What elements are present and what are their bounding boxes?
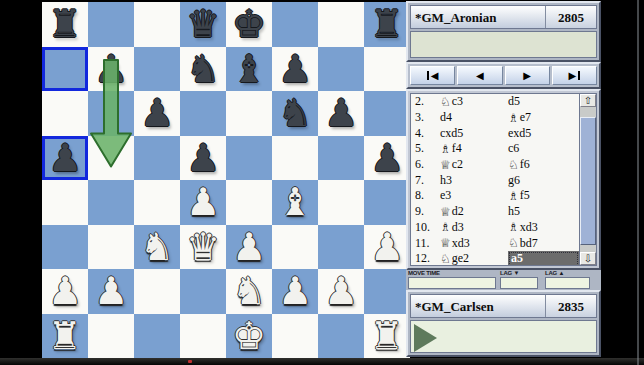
move-white[interactable]: ♘ge2 bbox=[440, 251, 508, 266]
move-text: xd3 bbox=[452, 236, 470, 251]
move-text: d4 bbox=[440, 110, 452, 125]
square-d4[interactable]: ♟ bbox=[180, 180, 226, 225]
figurine-icon: ♗ bbox=[440, 221, 451, 233]
piece-white-rook[interactable]: ♜ bbox=[364, 314, 410, 359]
move-white[interactable]: ♕d2 bbox=[440, 204, 508, 220]
move-number: 4. bbox=[411, 126, 440, 141]
move-number: 11. bbox=[411, 236, 440, 251]
figurine-icon: ♘ bbox=[440, 96, 451, 108]
square-d6[interactable] bbox=[180, 91, 226, 136]
move-text: cxd5 bbox=[440, 126, 463, 141]
piece-white-pawn[interactable]: ♟ bbox=[272, 269, 318, 314]
square-g2[interactable]: ♟ bbox=[318, 269, 364, 314]
piece-white-pawn[interactable]: ♟ bbox=[42, 269, 88, 314]
square-e3[interactable]: ♟ bbox=[226, 225, 272, 270]
bottom-player-clock-box bbox=[410, 320, 597, 353]
square-c5[interactable] bbox=[134, 136, 180, 181]
nav-bar: ◀◀▶▶ bbox=[406, 62, 601, 89]
move-row: 4.cxd5exd5 bbox=[411, 125, 579, 141]
square-h1[interactable]: ♜ bbox=[364, 314, 410, 359]
move-text: d2 bbox=[452, 204, 464, 219]
move-row: 12.♘ge2a5 bbox=[411, 251, 579, 266]
move-text: f4 bbox=[452, 141, 462, 156]
move-row: 10.♗d3♗xd3 bbox=[411, 220, 579, 236]
piece-black-queen[interactable]: ♛ bbox=[180, 2, 226, 47]
piece-black-pawn[interactable]: ♟ bbox=[134, 91, 180, 136]
square-b8[interactable] bbox=[88, 2, 134, 47]
square-e4[interactable] bbox=[226, 180, 272, 225]
move-row: 6.♕c2♘f6 bbox=[411, 157, 579, 173]
move-text: c2 bbox=[452, 157, 463, 172]
move-white[interactable]: h3 bbox=[440, 172, 508, 188]
square-a7[interactable] bbox=[42, 47, 88, 92]
square-c4[interactable] bbox=[134, 180, 180, 225]
move-number: 6. bbox=[411, 157, 440, 172]
turn-indicator-icon bbox=[414, 324, 437, 352]
nav-triangle-glyph: ◀ bbox=[431, 71, 439, 81]
move-text: d5 bbox=[508, 94, 520, 109]
square-h6[interactable] bbox=[364, 91, 410, 136]
move-text: e7 bbox=[520, 110, 531, 125]
square-d7[interactable]: ♞ bbox=[180, 47, 226, 92]
piece-black-rook[interactable]: ♜ bbox=[364, 2, 410, 47]
move-black-selected[interactable]: a5 bbox=[508, 251, 579, 266]
move-text: f6 bbox=[520, 157, 530, 172]
move-text: h3 bbox=[440, 173, 452, 188]
piece-black-king[interactable]: ♚ bbox=[226, 2, 272, 47]
nav-bar-glyph bbox=[427, 71, 429, 80]
square-e8[interactable]: ♚ bbox=[226, 2, 272, 47]
lag-black-box bbox=[545, 277, 590, 289]
scroll-up-button[interactable]: ⇧ bbox=[580, 94, 596, 107]
move-text: exd5 bbox=[508, 126, 531, 141]
piece-white-bishop[interactable]: ♝ bbox=[272, 180, 318, 225]
move-white[interactable]: ♕xd3 bbox=[440, 235, 508, 251]
piece-white-pawn[interactable]: ♟ bbox=[88, 269, 134, 314]
move-black[interactable]: g6 bbox=[508, 172, 579, 188]
figurine-icon: ♘ bbox=[440, 253, 451, 265]
move-number: 9. bbox=[411, 204, 440, 219]
move-text: c3 bbox=[452, 94, 463, 109]
piece-white-pawn[interactable]: ♟ bbox=[180, 180, 226, 225]
figurine-icon: ♗ bbox=[508, 221, 519, 233]
move-row: 8.e3♗f5 bbox=[411, 188, 579, 204]
square-e2[interactable]: ♞ bbox=[226, 269, 272, 314]
move-white[interactable]: cxd5 bbox=[440, 125, 508, 141]
nav-last-button[interactable]: ▶ bbox=[552, 66, 597, 85]
square-c2[interactable] bbox=[134, 269, 180, 314]
piece-white-king[interactable]: ♚ bbox=[226, 314, 272, 359]
move-white[interactable]: e3 bbox=[440, 188, 508, 204]
video-progress-dot bbox=[188, 360, 192, 363]
move-row: 3.d4♗e7 bbox=[411, 110, 579, 126]
piece-black-knight[interactable]: ♞ bbox=[180, 47, 226, 92]
move-black[interactable]: c6 bbox=[508, 141, 579, 157]
move-text: bd7 bbox=[520, 236, 538, 251]
square-d5[interactable]: ♟ bbox=[180, 136, 226, 181]
square-b5[interactable] bbox=[88, 136, 134, 181]
move-black[interactable]: ♘bd7 bbox=[508, 235, 579, 251]
piece-black-pawn[interactable]: ♟ bbox=[88, 47, 134, 92]
figurine-icon: ♕ bbox=[440, 159, 451, 171]
move-text: d3 bbox=[452, 220, 464, 235]
move-row: 11.♕xd3♘bd7 bbox=[411, 235, 579, 251]
square-b1[interactable] bbox=[88, 314, 134, 359]
move-black[interactable]: h5 bbox=[508, 204, 579, 220]
piece-white-pawn[interactable]: ♟ bbox=[364, 225, 410, 270]
move-number: 7. bbox=[411, 173, 440, 188]
square-e5[interactable] bbox=[226, 136, 272, 181]
figurine-icon: ♗ bbox=[440, 143, 451, 155]
square-a6[interactable] bbox=[42, 91, 88, 136]
nav-triangle-glyph: ◀ bbox=[476, 71, 484, 81]
square-a3[interactable] bbox=[42, 225, 88, 270]
piece-white-knight[interactable]: ♞ bbox=[134, 225, 180, 270]
square-f1[interactable] bbox=[272, 314, 318, 359]
square-e6[interactable] bbox=[226, 91, 272, 136]
chess-board: ♜♚♜♟♟♞♟♟♟♟♛♞♝♟♟♟♟♟♞♟♟♝♞♟♜♚♛♜ bbox=[42, 2, 410, 358]
bottom-player-name: *GM_Carlsen bbox=[411, 295, 545, 317]
move-number: 2. bbox=[411, 94, 440, 109]
move-white[interactable]: ♕c2 bbox=[440, 157, 508, 173]
square-f2[interactable]: ♟ bbox=[272, 269, 318, 314]
stats-strip: MOVE TIME LAG ▼ LAG ▲ bbox=[406, 270, 601, 290]
move-black[interactable]: ♗f5 bbox=[508, 188, 579, 204]
move-row: 5.♗f4c6 bbox=[411, 141, 579, 157]
figurine-icon: ♕ bbox=[440, 206, 451, 218]
move-number: 3. bbox=[411, 110, 440, 125]
piece-black-bishop[interactable]: ♝ bbox=[226, 47, 272, 92]
figurine-icon: ♗ bbox=[508, 112, 519, 124]
nav-back-button[interactable]: ◀ bbox=[457, 66, 502, 85]
square-c8[interactable] bbox=[134, 2, 180, 47]
scrollbar-track[interactable] bbox=[580, 107, 596, 252]
square-b7[interactable]: ♟ bbox=[88, 47, 134, 92]
move-text: a5 bbox=[511, 251, 523, 266]
square-b6[interactable] bbox=[88, 91, 134, 136]
move-black[interactable]: ♗xd3 bbox=[508, 220, 579, 236]
piece-black-pawn[interactable]: ♟ bbox=[42, 136, 88, 181]
square-d8[interactable]: ♛ bbox=[180, 2, 226, 47]
square-g8[interactable] bbox=[318, 2, 364, 47]
square-h3[interactable]: ♟ bbox=[364, 225, 410, 270]
square-h8[interactable]: ♜ bbox=[364, 2, 410, 47]
move-number: 8. bbox=[411, 188, 440, 203]
move-black[interactable]: ♘f6 bbox=[508, 157, 579, 173]
square-g6[interactable]: ♟ bbox=[318, 91, 364, 136]
piece-white-knight[interactable]: ♞ bbox=[226, 269, 272, 314]
square-g1[interactable] bbox=[318, 314, 364, 359]
square-f8[interactable] bbox=[272, 2, 318, 47]
piece-black-rook[interactable]: ♜ bbox=[42, 2, 88, 47]
square-g7[interactable] bbox=[318, 47, 364, 92]
move-row: 2.♘c3d5 bbox=[411, 94, 579, 110]
bottom-player-rating: 2835 bbox=[545, 295, 596, 317]
square-b2[interactable]: ♟ bbox=[88, 269, 134, 314]
square-a8[interactable]: ♜ bbox=[42, 2, 88, 47]
move-list: 2.♘c3d53.d4♗e74.cxd5exd55.♗f4c66.♕c2♘f67… bbox=[410, 93, 580, 266]
move-black[interactable]: d5 bbox=[508, 94, 579, 110]
square-e7[interactable]: ♝ bbox=[226, 47, 272, 92]
square-b4[interactable] bbox=[88, 180, 134, 225]
square-a4[interactable] bbox=[42, 180, 88, 225]
lag-black-label: LAG ▲ bbox=[545, 270, 590, 277]
figurine-icon: ♗ bbox=[508, 190, 519, 202]
square-f5[interactable] bbox=[272, 136, 318, 181]
letterbox-bottom bbox=[0, 358, 644, 365]
piece-black-pawn[interactable]: ♟ bbox=[318, 91, 364, 136]
figurine-icon: ♘ bbox=[508, 159, 519, 171]
move-number: 5. bbox=[411, 141, 440, 156]
move-white[interactable]: ♗f4 bbox=[440, 141, 508, 157]
bottom-player-panel: *GM_Carlsen 2835 bbox=[406, 290, 601, 357]
square-c3[interactable]: ♞ bbox=[134, 225, 180, 270]
app-window: ♜♚♜♟♟♞♟♟♟♟♛♞♝♟♟♟♟♟♞♟♟♝♞♟♜♚♛♜ *GM_Aronian… bbox=[0, 0, 644, 365]
move-black[interactable]: ♗e7 bbox=[508, 110, 579, 126]
square-c7[interactable] bbox=[134, 47, 180, 92]
top-player-panel: *GM_Aronian 2805 bbox=[406, 1, 601, 62]
bottom-player-titlebar: *GM_Carlsen 2835 bbox=[410, 294, 597, 318]
piece-black-knight[interactable]: ♞ bbox=[272, 91, 318, 136]
square-d1[interactable] bbox=[180, 314, 226, 359]
top-player-name: *GM_Aronian bbox=[411, 6, 545, 28]
move-text: f5 bbox=[520, 188, 530, 203]
square-a2[interactable]: ♟ bbox=[42, 269, 88, 314]
piece-black-pawn[interactable]: ♟ bbox=[180, 136, 226, 181]
nav-triangle-glyph: ▶ bbox=[523, 71, 531, 81]
square-d2[interactable] bbox=[180, 269, 226, 314]
move-white[interactable]: d4 bbox=[440, 110, 508, 126]
lag-white-label: LAG ▼ bbox=[500, 270, 538, 277]
move-text: ge2 bbox=[452, 251, 469, 266]
square-a1[interactable]: ♜ bbox=[42, 314, 88, 359]
move-white[interactable]: ♗d3 bbox=[440, 220, 508, 236]
piece-white-pawn[interactable]: ♟ bbox=[318, 269, 364, 314]
square-e1[interactable]: ♚ bbox=[226, 314, 272, 359]
move-text: e3 bbox=[440, 188, 451, 203]
square-g5[interactable] bbox=[318, 136, 364, 181]
square-a5[interactable]: ♟ bbox=[42, 136, 88, 181]
move-text: h5 bbox=[508, 204, 520, 219]
scrollbar-thumb[interactable] bbox=[580, 117, 596, 245]
move-row: 9.♕d2h5 bbox=[411, 204, 579, 220]
nav-bar-glyph bbox=[578, 71, 580, 80]
nav-forward-button[interactable]: ▶ bbox=[505, 66, 550, 85]
move-time-label: MOVE TIME bbox=[408, 270, 496, 277]
figurine-icon: ♘ bbox=[508, 237, 519, 249]
square-h2[interactable] bbox=[364, 269, 410, 314]
square-f6[interactable]: ♞ bbox=[272, 91, 318, 136]
square-c1[interactable] bbox=[134, 314, 180, 359]
top-player-clock-box bbox=[410, 31, 597, 58]
nav-first-button[interactable]: ◀ bbox=[410, 66, 455, 85]
piece-white-queen[interactable]: ♛ bbox=[180, 225, 226, 270]
piece-white-pawn[interactable]: ♟ bbox=[226, 225, 272, 270]
move-text: xd3 bbox=[520, 220, 538, 235]
lag-white-box bbox=[500, 277, 538, 289]
square-g3[interactable] bbox=[318, 225, 364, 270]
move-white[interactable]: ♘c3 bbox=[440, 94, 508, 110]
square-h5[interactable]: ♟ bbox=[364, 136, 410, 181]
move-black[interactable]: exd5 bbox=[508, 125, 579, 141]
nav-triangle-glyph: ▶ bbox=[569, 71, 577, 81]
square-f4[interactable]: ♝ bbox=[272, 180, 318, 225]
move-list-scrollbar[interactable]: ⇧ ⇩ bbox=[580, 93, 597, 266]
move-text: g6 bbox=[508, 173, 520, 188]
top-player-titlebar: *GM_Aronian 2805 bbox=[410, 5, 597, 29]
square-h7[interactable] bbox=[364, 47, 410, 92]
move-number: 10. bbox=[411, 220, 440, 235]
move-row: 7.h3g6 bbox=[411, 172, 579, 188]
piece-white-rook[interactable]: ♜ bbox=[42, 314, 88, 359]
square-f7[interactable]: ♟ bbox=[272, 47, 318, 92]
square-h4[interactable] bbox=[364, 180, 410, 225]
piece-black-pawn[interactable]: ♟ bbox=[364, 136, 410, 181]
move-text: c6 bbox=[508, 141, 519, 156]
square-g4[interactable] bbox=[318, 180, 364, 225]
piece-black-pawn[interactable]: ♟ bbox=[272, 47, 318, 92]
figurine-icon: ♕ bbox=[440, 237, 451, 249]
square-b3[interactable] bbox=[88, 225, 134, 270]
move-time-box bbox=[408, 277, 496, 289]
scroll-down-button[interactable]: ⇩ bbox=[580, 252, 596, 265]
move-number: 12. bbox=[411, 251, 440, 266]
square-c6[interactable]: ♟ bbox=[134, 91, 180, 136]
frame-right-edge bbox=[637, 0, 639, 365]
top-player-rating: 2805 bbox=[545, 6, 596, 28]
square-d3[interactable]: ♛ bbox=[180, 225, 226, 270]
square-f3[interactable] bbox=[272, 225, 318, 270]
move-list-panel: 2.♘c3d53.d4♗e74.cxd5exd55.♗f4c66.♕c2♘f67… bbox=[406, 89, 601, 270]
